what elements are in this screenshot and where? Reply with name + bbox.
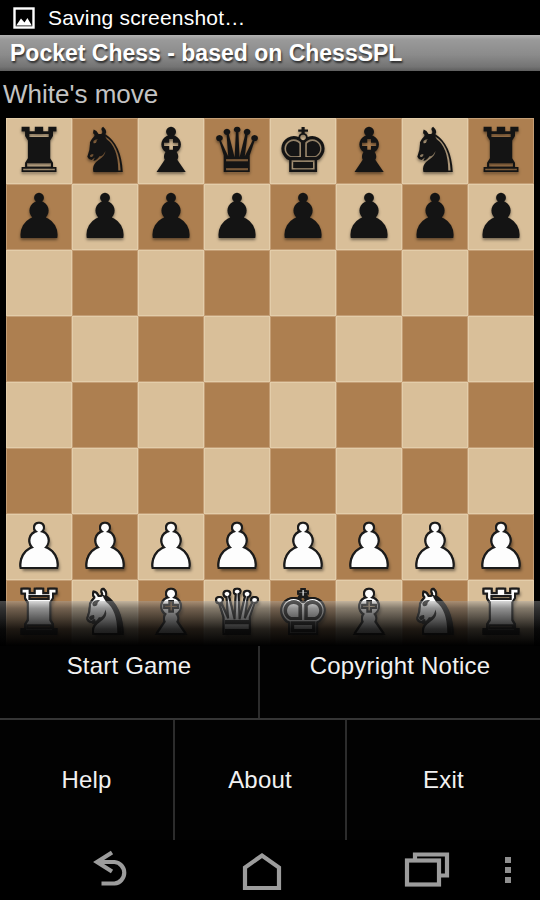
menu-item-label: Help (61, 766, 111, 794)
move-status-bar: White's move (0, 71, 540, 118)
square-d5[interactable] (204, 316, 270, 382)
overflow-dot-icon (505, 877, 511, 883)
square-b7[interactable]: ♟ (72, 184, 138, 250)
piece-black-knight: ♞ (77, 118, 133, 184)
square-e7[interactable]: ♟ (270, 184, 336, 250)
title-bar: Pocket Chess - based on ChessSPL (0, 35, 540, 71)
square-g3[interactable] (402, 448, 468, 514)
piece-black-pawn: ♟ (473, 184, 529, 250)
back-button[interactable] (84, 848, 134, 892)
square-c6[interactable] (138, 250, 204, 316)
square-h4[interactable] (468, 382, 534, 448)
recents-button[interactable] (401, 848, 453, 892)
piece-black-knight: ♞ (407, 118, 463, 184)
app-title: Pocket Chess - based on ChessSPL (0, 40, 402, 67)
square-f7[interactable]: ♟ (336, 184, 402, 250)
menu-item-help[interactable]: Help (0, 720, 173, 840)
square-g7[interactable]: ♟ (402, 184, 468, 250)
square-c2[interactable]: ♟ (138, 514, 204, 580)
menu-item-start-game[interactable]: Start Game (0, 646, 260, 718)
square-h5[interactable] (468, 316, 534, 382)
square-f3[interactable] (336, 448, 402, 514)
piece-white-pawn: ♟ (143, 514, 199, 580)
square-c3[interactable] (138, 448, 204, 514)
piece-black-rook: ♜ (11, 118, 67, 184)
menu-top-shadow (0, 601, 540, 646)
piece-white-pawn: ♟ (407, 514, 463, 580)
piece-white-pawn: ♟ (341, 514, 397, 580)
square-f5[interactable] (336, 316, 402, 382)
square-c8[interactable]: ♝ (138, 118, 204, 184)
square-h6[interactable] (468, 250, 534, 316)
square-d8[interactable]: ♛ (204, 118, 270, 184)
piece-black-rook: ♜ (473, 118, 529, 184)
square-g2[interactable]: ♟ (402, 514, 468, 580)
square-e5[interactable] (270, 316, 336, 382)
menu-row-top: Start Game Copyright Notice (0, 646, 540, 720)
square-h2[interactable]: ♟ (468, 514, 534, 580)
piece-black-pawn: ♟ (143, 184, 199, 250)
square-e3[interactable] (270, 448, 336, 514)
square-f8[interactable]: ♝ (336, 118, 402, 184)
menu-item-label: About (228, 766, 292, 794)
square-d3[interactable] (204, 448, 270, 514)
square-a8[interactable]: ♜ (6, 118, 72, 184)
status-notification-text: Saving screenshot… (48, 6, 245, 30)
square-g5[interactable] (402, 316, 468, 382)
back-icon (97, 853, 124, 884)
square-a4[interactable] (6, 382, 72, 448)
square-b3[interactable] (72, 448, 138, 514)
square-d4[interactable] (204, 382, 270, 448)
piece-black-bishop: ♝ (143, 118, 199, 184)
overflow-dot-icon (505, 867, 511, 873)
square-a3[interactable] (6, 448, 72, 514)
piece-white-pawn: ♟ (473, 514, 529, 580)
square-b8[interactable]: ♞ (72, 118, 138, 184)
square-e2[interactable]: ♟ (270, 514, 336, 580)
piece-black-bishop: ♝ (341, 118, 397, 184)
square-h3[interactable] (468, 448, 534, 514)
square-a5[interactable] (6, 316, 72, 382)
status-bar: Saving screenshot… (0, 0, 540, 35)
recents-icon (407, 855, 447, 885)
square-e6[interactable] (270, 250, 336, 316)
square-c4[interactable] (138, 382, 204, 448)
square-c7[interactable]: ♟ (138, 184, 204, 250)
piece-black-pawn: ♟ (275, 184, 331, 250)
square-d2[interactable]: ♟ (204, 514, 270, 580)
square-b6[interactable] (72, 250, 138, 316)
square-e8[interactable]: ♚ (270, 118, 336, 184)
square-a7[interactable]: ♟ (6, 184, 72, 250)
menu-item-exit[interactable]: Exit (347, 720, 540, 840)
android-nav-bar (0, 840, 540, 900)
square-c5[interactable] (138, 316, 204, 382)
screenshot-image-icon (13, 7, 35, 29)
menu-item-label: Exit (423, 766, 464, 794)
piece-black-pawn: ♟ (341, 184, 397, 250)
square-b2[interactable]: ♟ (72, 514, 138, 580)
square-e4[interactable] (270, 382, 336, 448)
square-h8[interactable]: ♜ (468, 118, 534, 184)
square-h7[interactable]: ♟ (468, 184, 534, 250)
square-b5[interactable] (72, 316, 138, 382)
square-g8[interactable]: ♞ (402, 118, 468, 184)
square-b4[interactable] (72, 382, 138, 448)
square-f2[interactable]: ♟ (336, 514, 402, 580)
menu-overflow-button[interactable] (505, 857, 511, 883)
square-g6[interactable] (402, 250, 468, 316)
piece-black-pawn: ♟ (77, 184, 133, 250)
square-a2[interactable]: ♟ (6, 514, 72, 580)
square-a6[interactable] (6, 250, 72, 316)
square-f6[interactable] (336, 250, 402, 316)
overflow-dot-icon (505, 857, 511, 863)
move-status-text: White's move (0, 79, 158, 110)
piece-white-pawn: ♟ (209, 514, 265, 580)
piece-white-pawn: ♟ (77, 514, 133, 580)
piece-black-pawn: ♟ (407, 184, 463, 250)
square-g4[interactable] (402, 382, 468, 448)
piece-black-pawn: ♟ (209, 184, 265, 250)
square-d6[interactable] (204, 250, 270, 316)
piece-black-king: ♚ (275, 118, 331, 184)
home-icon (245, 856, 279, 889)
menu-item-label: Copyright Notice (310, 652, 491, 680)
chess-board: ♜♞♝♛♚♝♞♜♟♟♟♟♟♟♟♟♟♟♟♟♟♟♟♟♜♞♝♛♚♝♞♜ (6, 118, 534, 646)
piece-white-pawn: ♟ (11, 514, 67, 580)
menu-item-label: Start Game (67, 652, 192, 680)
square-d7[interactable]: ♟ (204, 184, 270, 250)
piece-black-queen: ♛ (209, 118, 265, 184)
piece-black-pawn: ♟ (11, 184, 67, 250)
piece-white-pawn: ♟ (275, 514, 331, 580)
screen: Saving screenshot… Pocket Chess - based … (0, 0, 540, 900)
square-f4[interactable] (336, 382, 402, 448)
home-button[interactable] (236, 848, 288, 892)
menu-item-copyright-notice[interactable]: Copyright Notice (260, 646, 540, 718)
menu-item-about[interactable]: About (173, 720, 347, 840)
menu-row-bottom: Help About Exit (0, 720, 540, 840)
